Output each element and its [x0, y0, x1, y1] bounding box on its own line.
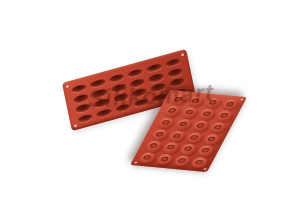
- corner-hole: [240, 98, 244, 100]
- corner-hole: [203, 168, 207, 170]
- oval-cavity: [134, 98, 150, 108]
- round-bump: [195, 145, 215, 157]
- round-bump: [189, 156, 209, 168]
- oval-cavity: [115, 103, 131, 113]
- oval-cavity: [96, 108, 112, 118]
- corner-hole: [133, 161, 137, 163]
- corner-hole: [181, 53, 185, 57]
- oval-cavity: [77, 113, 93, 123]
- round-bump: [201, 133, 221, 145]
- round-bump: [207, 121, 227, 133]
- product-photo-canvas: Silikomart: [0, 0, 290, 218]
- corner-hole: [74, 124, 78, 128]
- round-bump: [214, 110, 234, 122]
- round-bump: [220, 98, 240, 110]
